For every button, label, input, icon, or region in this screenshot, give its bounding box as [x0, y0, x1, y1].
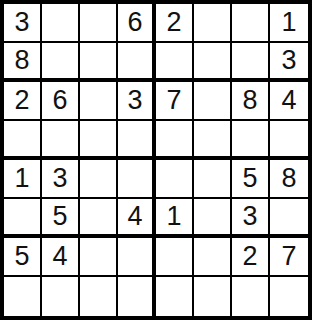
cell-r4c1[interactable]: [4, 121, 42, 160]
given-digit: 6: [127, 9, 142, 36]
cell-r2c1[interactable]: 8: [4, 43, 42, 82]
cell-r3c2[interactable]: 6: [42, 82, 80, 121]
cell-r7c5[interactable]: [156, 238, 194, 277]
given-digit: 4: [52, 243, 67, 270]
given-digit: 2: [242, 243, 257, 270]
cell-r8c4[interactable]: [118, 277, 156, 316]
cell-r2c7[interactable]: [232, 43, 270, 82]
cell-r3c6[interactable]: [194, 82, 232, 121]
cell-r2c3[interactable]: [80, 43, 118, 82]
cell-r3c7[interactable]: 8: [232, 82, 270, 121]
given-digit: 1: [281, 9, 296, 36]
cell-r7c6[interactable]: [194, 238, 232, 277]
cell-r7c1[interactable]: 5: [4, 238, 42, 277]
cell-r2c8[interactable]: 3: [270, 43, 308, 82]
cell-r2c4[interactable]: [118, 43, 156, 82]
given-digit: 5: [242, 165, 257, 192]
sudoku-puzzle: 362183263784135854135427: [0, 0, 312, 320]
cell-r2c2[interactable]: [42, 43, 80, 82]
cell-r4c8[interactable]: [270, 121, 308, 160]
given-digit: 1: [166, 203, 181, 230]
cell-r5c8[interactable]: 8: [270, 160, 308, 199]
cell-r2c6[interactable]: [194, 43, 232, 82]
cell-r1c8[interactable]: 1: [270, 4, 308, 43]
cell-r1c6[interactable]: [194, 4, 232, 43]
given-digit: 8: [14, 47, 29, 74]
cell-r6c5[interactable]: 1: [156, 199, 194, 238]
cell-r6c4[interactable]: 4: [118, 199, 156, 238]
cell-r7c7[interactable]: 2: [232, 238, 270, 277]
cell-r5c3[interactable]: [80, 160, 118, 199]
given-digit: 4: [127, 203, 142, 230]
cell-r1c7[interactable]: [232, 4, 270, 43]
cell-r7c4[interactable]: [118, 238, 156, 277]
sudoku-board: 362183263784135854135427: [0, 0, 312, 320]
given-digit: 2: [166, 9, 181, 36]
cell-r1c1[interactable]: 3: [4, 4, 42, 43]
cell-r8c1[interactable]: [4, 277, 42, 316]
cell-r1c4[interactable]: 6: [118, 4, 156, 43]
given-digit: 5: [14, 243, 29, 270]
cell-r3c4[interactable]: 3: [118, 82, 156, 121]
cell-r7c3[interactable]: [80, 238, 118, 277]
given-digit: 2: [14, 87, 29, 114]
given-digit: 8: [281, 165, 296, 192]
cell-r7c2[interactable]: 4: [42, 238, 80, 277]
cell-r3c3[interactable]: [80, 82, 118, 121]
cell-r4c7[interactable]: [232, 121, 270, 160]
cell-r6c7[interactable]: 3: [232, 199, 270, 238]
cell-r6c2[interactable]: 5: [42, 199, 80, 238]
given-digit: 4: [281, 87, 296, 114]
given-digit: 1: [14, 165, 29, 192]
given-digit: 3: [52, 165, 67, 192]
cell-r1c2[interactable]: [42, 4, 80, 43]
cell-r8c5[interactable]: [156, 277, 194, 316]
cell-r5c1[interactable]: 1: [4, 160, 42, 199]
cell-r7c8[interactable]: 7: [270, 238, 308, 277]
cell-r5c7[interactable]: 5: [232, 160, 270, 199]
given-digit: 6: [52, 87, 67, 114]
given-digit: 7: [281, 243, 296, 270]
given-digit: 5: [52, 203, 67, 230]
cell-r3c8[interactable]: 4: [270, 82, 308, 121]
cell-r4c6[interactable]: [194, 121, 232, 160]
given-digit: 3: [14, 9, 29, 36]
cell-r4c2[interactable]: [42, 121, 80, 160]
cell-r6c1[interactable]: [4, 199, 42, 238]
given-digit: 3: [242, 203, 257, 230]
cell-r8c2[interactable]: [42, 277, 80, 316]
cell-r6c6[interactable]: [194, 199, 232, 238]
cell-r5c5[interactable]: [156, 160, 194, 199]
given-digit: 8: [242, 87, 257, 114]
cell-r5c2[interactable]: 3: [42, 160, 80, 199]
cell-r8c8[interactable]: [270, 277, 308, 316]
cell-r8c7[interactable]: [232, 277, 270, 316]
given-digit: 3: [127, 87, 142, 114]
given-digit: 3: [281, 47, 296, 74]
cell-r5c6[interactable]: [194, 160, 232, 199]
cell-r6c3[interactable]: [80, 199, 118, 238]
cell-r3c1[interactable]: 2: [4, 82, 42, 121]
cell-r1c3[interactable]: [80, 4, 118, 43]
given-digit: 7: [166, 87, 181, 114]
cell-r3c5[interactable]: 7: [156, 82, 194, 121]
cell-r4c4[interactable]: [118, 121, 156, 160]
cell-r8c6[interactable]: [194, 277, 232, 316]
cell-r6c8[interactable]: [270, 199, 308, 238]
cell-r4c5[interactable]: [156, 121, 194, 160]
cell-r5c4[interactable]: [118, 160, 156, 199]
cell-r4c3[interactable]: [80, 121, 118, 160]
cell-r1c5[interactable]: 2: [156, 4, 194, 43]
cell-r2c5[interactable]: [156, 43, 194, 82]
cell-r8c3[interactable]: [80, 277, 118, 316]
